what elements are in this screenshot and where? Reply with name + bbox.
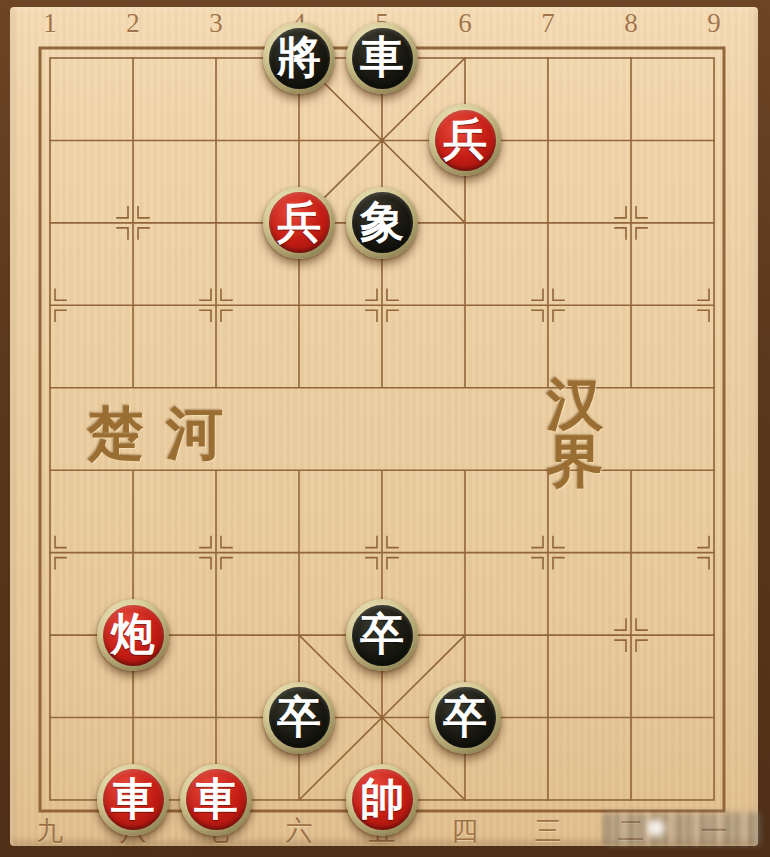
piece-glyph: 卒 xyxy=(277,695,321,739)
piece-red-soldier[interactable]: 兵 xyxy=(263,187,335,259)
piece-red-general[interactable]: 帥 xyxy=(346,764,418,836)
piece-black-soldier[interactable]: 卒 xyxy=(429,682,501,754)
piece-disc: 象 xyxy=(352,192,413,253)
piece-glyph: 車 xyxy=(360,35,404,79)
piece-red-cannon[interactable]: 炮 xyxy=(97,599,169,671)
piece-black-soldier[interactable]: 卒 xyxy=(346,599,418,671)
piece-disc: 卒 xyxy=(435,687,496,748)
piece-glyph: 車 xyxy=(111,777,155,821)
piece-glyph: 兵 xyxy=(277,200,321,244)
piece-disc: 車 xyxy=(103,769,164,830)
piece-glyph: 車 xyxy=(194,777,238,821)
piece-disc: 卒 xyxy=(269,687,330,748)
piece-disc: 炮 xyxy=(103,605,164,666)
piece-disc: 卒 xyxy=(352,605,413,666)
piece-black-chariot[interactable]: 車 xyxy=(346,22,418,94)
piece-disc: 兵 xyxy=(269,192,330,253)
piece-black-elephant[interactable]: 象 xyxy=(346,187,418,259)
piece-red-chariot[interactable]: 車 xyxy=(97,764,169,836)
piece-layer: 將車兵兵象炮卒卒卒車車帥 xyxy=(9,17,756,841)
piece-black-soldier[interactable]: 卒 xyxy=(263,682,335,754)
piece-glyph: 炮 xyxy=(111,612,155,656)
piece-disc: 帥 xyxy=(352,769,413,830)
piece-glyph: 卒 xyxy=(360,612,404,656)
piece-glyph: 兵 xyxy=(443,117,487,161)
piece-disc: 兵 xyxy=(435,110,496,171)
xiangqi-app-window: 楚河 汉界 123456789 九八七六五四三二一 將車兵兵象炮卒卒卒車車帥 xyxy=(0,0,770,857)
piece-disc: 車 xyxy=(352,28,413,89)
piece-glyph: 帥 xyxy=(360,777,404,821)
piece-glyph: 卒 xyxy=(443,695,487,739)
blurred-watermark xyxy=(604,812,762,846)
piece-disc: 車 xyxy=(186,769,247,830)
piece-red-chariot[interactable]: 車 xyxy=(180,764,252,836)
piece-glyph: 將 xyxy=(277,35,321,79)
piece-disc: 將 xyxy=(269,28,330,89)
piece-black-general[interactable]: 將 xyxy=(263,22,335,94)
piece-glyph: 象 xyxy=(360,200,404,244)
piece-red-soldier[interactable]: 兵 xyxy=(429,104,501,176)
